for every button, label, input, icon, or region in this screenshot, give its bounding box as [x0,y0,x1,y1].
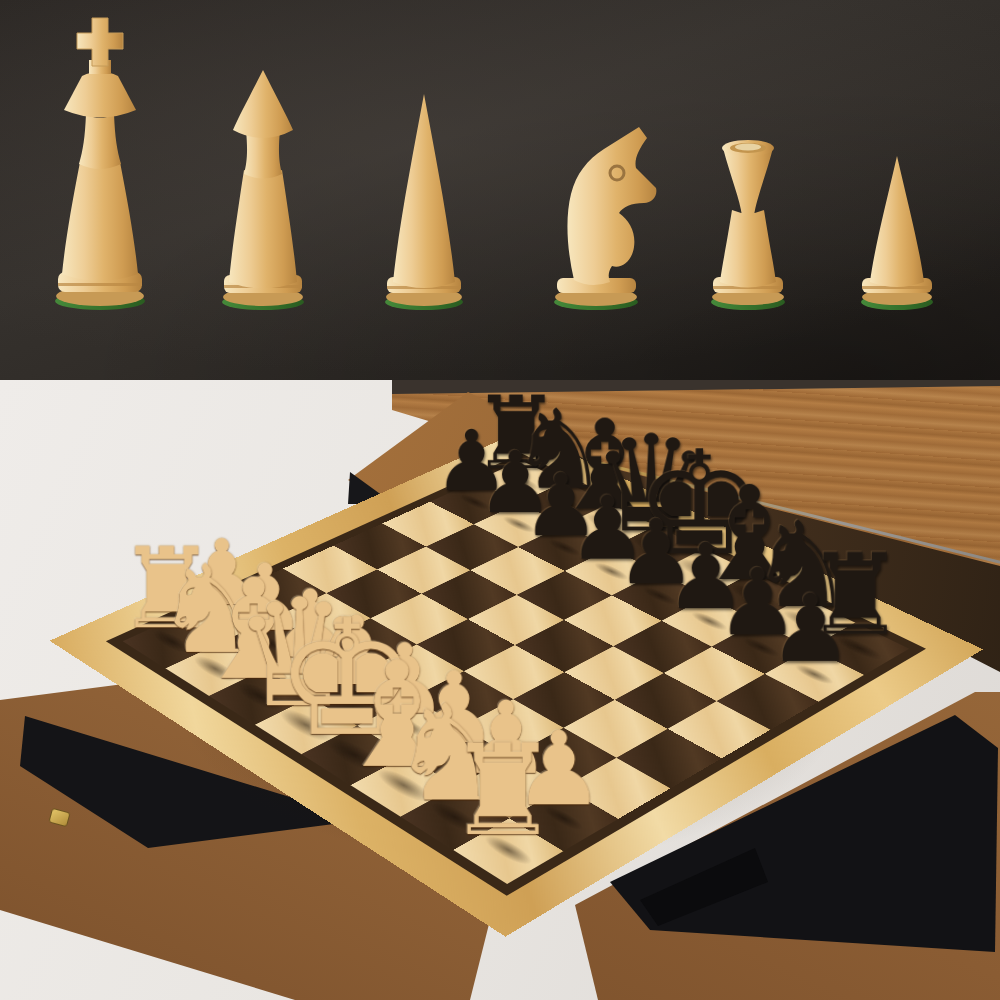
square-g6[interactable] [664,647,764,701]
rook-icon [698,120,798,312]
piece-lineup-panel [0,0,1000,380]
queen-icon [208,62,318,312]
bishop-icon [374,84,474,312]
lineup-queen-piece [208,62,318,312]
lineup-pawn-piece [849,148,945,312]
piece-black-pawn[interactable]: ♟ [769,583,853,677]
lineup-bishop-piece [374,84,474,312]
king-icon [40,12,160,312]
knight-icon [534,100,666,312]
lineup-rook-piece [698,120,798,312]
lineup-king-piece [40,12,160,312]
composite-photo: ♜♞♝♛♚♝♞♜♟♟♟♟♟♟♟♟♟♟♟♟♟♟♟♟♜♞♝♛♚♝♞♜ [0,0,1000,1000]
lineup-knight-piece [534,100,666,312]
chess-box-scene: ♜♞♝♛♚♝♞♜♟♟♟♟♟♟♟♟♟♟♟♟♟♟♟♟♜♞♝♛♚♝♞♜ [0,380,1000,1000]
piece-white-rook[interactable]: ♜ [446,727,559,853]
square-h1[interactable]: ♜ [453,818,564,884]
pawn-icon [849,148,945,312]
